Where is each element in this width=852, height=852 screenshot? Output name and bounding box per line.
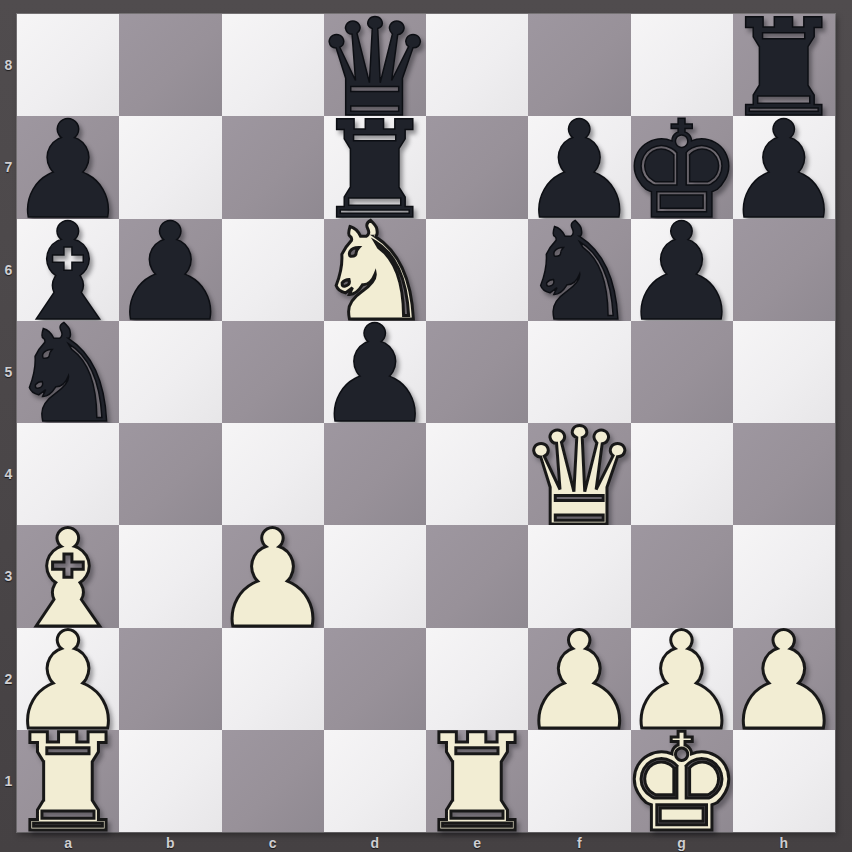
square-g5[interactable] (631, 321, 733, 423)
square-e3[interactable] (426, 525, 528, 627)
square-e4[interactable] (426, 423, 528, 525)
file-label-f: f (528, 833, 630, 852)
square-h4[interactable] (733, 423, 835, 525)
square-c7[interactable] (222, 116, 324, 218)
square-g1[interactable]: ♚ (631, 730, 733, 832)
rank-label-7: 7 (0, 116, 17, 218)
square-h6[interactable] (733, 219, 835, 321)
black-pawn-b6[interactable]: ♟ (119, 222, 221, 324)
black-knight-f6[interactable]: ♞ (528, 222, 630, 324)
square-d5[interactable]: ♟ (324, 321, 426, 423)
square-f2[interactable]: ♟ (528, 628, 630, 730)
file-label-c: c (222, 833, 324, 852)
file-label-d: d (324, 833, 426, 852)
square-c2[interactable] (222, 628, 324, 730)
square-g4[interactable] (631, 423, 733, 525)
white-pawn-f2[interactable]: ♟ (528, 631, 630, 733)
chess-board-frame: ♛♜♟♜♟♚♟♝♟♞♞♟♞♟♛♝♟♟♟♟♟♜♜♚ 87654321abcdefg… (0, 0, 852, 852)
square-c6[interactable] (222, 219, 324, 321)
rank-label-1: 1 (0, 730, 17, 832)
square-h5[interactable] (733, 321, 835, 423)
black-pawn-g6[interactable]: ♟ (631, 222, 733, 324)
square-b5[interactable] (119, 321, 221, 423)
black-knight-a5[interactable]: ♞ (17, 324, 119, 426)
square-f6[interactable]: ♞ (528, 219, 630, 321)
square-b8[interactable] (119, 14, 221, 116)
rank-label-8: 8 (0, 14, 17, 116)
square-c3[interactable]: ♟ (222, 525, 324, 627)
chess-board: ♛♜♟♜♟♚♟♝♟♞♞♟♞♟♛♝♟♟♟♟♟♜♜♚ (17, 14, 835, 832)
square-e5[interactable] (426, 321, 528, 423)
file-label-h: h (733, 833, 835, 852)
square-c1[interactable] (222, 730, 324, 832)
square-c8[interactable] (222, 14, 324, 116)
square-d1[interactable] (324, 730, 426, 832)
square-h1[interactable] (733, 730, 835, 832)
file-label-a: a (17, 833, 119, 852)
rank-label-3: 3 (0, 525, 17, 627)
square-b1[interactable] (119, 730, 221, 832)
white-queen-f4[interactable]: ♛ (528, 426, 630, 528)
square-f1[interactable] (528, 730, 630, 832)
square-a1[interactable]: ♜ (17, 730, 119, 832)
white-rook-a1[interactable]: ♜ (17, 733, 119, 835)
file-label-g: g (631, 833, 733, 852)
square-b6[interactable]: ♟ (119, 219, 221, 321)
white-pawn-h2[interactable]: ♟ (733, 631, 835, 733)
square-g6[interactable]: ♟ (631, 219, 733, 321)
rank-label-5: 5 (0, 321, 17, 423)
file-label-b: b (119, 833, 221, 852)
rank-label-2: 2 (0, 628, 17, 730)
square-b3[interactable] (119, 525, 221, 627)
square-h2[interactable]: ♟ (733, 628, 835, 730)
square-a5[interactable]: ♞ (17, 321, 119, 423)
square-d3[interactable] (324, 525, 426, 627)
square-c5[interactable] (222, 321, 324, 423)
square-e8[interactable] (426, 14, 528, 116)
file-label-e: e (426, 833, 528, 852)
white-rook-e1[interactable]: ♜ (426, 733, 528, 835)
square-e6[interactable] (426, 219, 528, 321)
square-h7[interactable]: ♟ (733, 116, 835, 218)
black-pawn-d5[interactable]: ♟ (324, 324, 426, 426)
square-b4[interactable] (119, 423, 221, 525)
rank-label-4: 4 (0, 423, 17, 525)
white-pawn-c3[interactable]: ♟ (222, 528, 324, 630)
rank-label-6: 6 (0, 219, 17, 321)
square-e1[interactable]: ♜ (426, 730, 528, 832)
black-pawn-h7[interactable]: ♟ (733, 119, 835, 221)
square-e7[interactable] (426, 116, 528, 218)
white-king-g1[interactable]: ♚ (631, 733, 733, 835)
square-d4[interactable] (324, 423, 426, 525)
square-f4[interactable]: ♛ (528, 423, 630, 525)
square-b2[interactable] (119, 628, 221, 730)
square-d2[interactable] (324, 628, 426, 730)
